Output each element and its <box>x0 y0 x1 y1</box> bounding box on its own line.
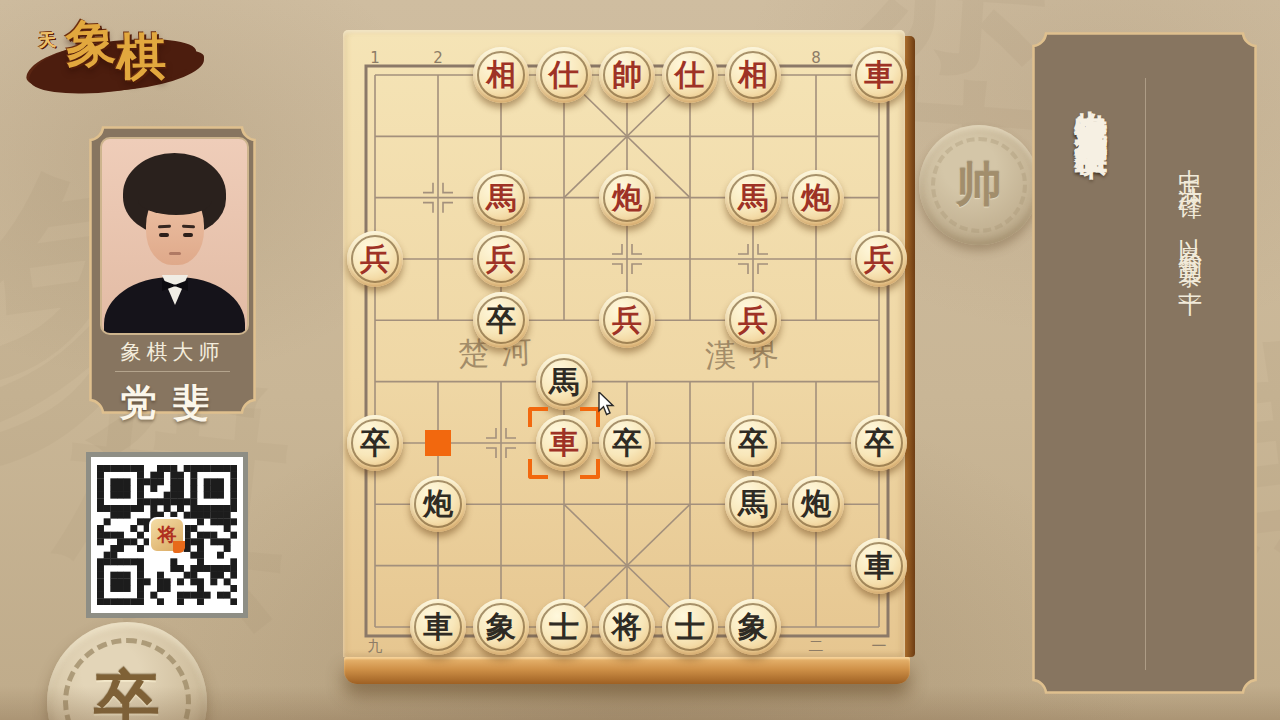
piece-red-elephant[interactable]: 相 <box>473 47 529 103</box>
piece-black-horse[interactable]: 馬 <box>536 354 592 410</box>
piece-red-cannon[interactable]: 炮 <box>599 170 655 226</box>
qr-code: 将 <box>86 452 248 618</box>
qr-icon-glyph: 将 <box>158 522 177 548</box>
piece-black-rook[interactable]: 車 <box>410 599 466 655</box>
piece-black-advisor[interactable]: 士 <box>536 599 592 655</box>
avatar <box>100 137 249 335</box>
piece-red-horse[interactable]: 馬 <box>725 170 781 226</box>
avatar-eye <box>159 233 169 237</box>
card-divider <box>115 371 230 372</box>
last-move-origin-marker <box>425 430 451 456</box>
app-logo: 天天 象 棋 <box>10 0 265 108</box>
lesson-subtitle: 中兵冲锋，以暴制暴（二十） <box>1174 150 1206 650</box>
file-label: 九 <box>368 637 383 656</box>
logo-char-xiang: 象 <box>64 9 117 79</box>
logo-char-qi: 棋 <box>116 23 167 91</box>
piece-black-pawn[interactable]: 卒 <box>851 415 907 471</box>
lesson-panel: 中炮进七兵过河车对屏风马左马盘河横车 中兵冲锋，以暴制暴（二十） <box>1032 32 1257 694</box>
player-name: 党斐 <box>89 378 256 428</box>
piece-red-horse[interactable]: 馬 <box>473 170 529 226</box>
player-card: 象棋大师 党斐 <box>89 126 256 414</box>
piece-black-king[interactable]: 将 <box>599 599 655 655</box>
piece-black-elephant[interactable]: 象 <box>725 599 781 655</box>
file-label: 一 <box>872 637 887 656</box>
logo-small-text: 天天 <box>36 18 56 19</box>
piece-black-pawn[interactable]: 卒 <box>725 415 781 471</box>
piece-red-cannon[interactable]: 炮 <box>788 170 844 226</box>
xiangqi-board[interactable]: 楚河 漢界 123456789九八七六五四三二一相仕帥仕相車馬炮馬炮兵兵兵卒兵兵… <box>343 30 915 685</box>
panel-divider <box>1145 78 1146 670</box>
avatar-fringe <box>138 185 212 215</box>
lesson-title: 中炮进七兵过河车对屏风马左马盘河横车 <box>1068 84 1113 694</box>
piece-black-cannon[interactable]: 炮 <box>410 476 466 532</box>
app-canvas: 象 棋 弈 棋 天天 象 棋 象棋大师 党斐 将 卒 <box>0 0 1280 720</box>
qr-center-icon: 将 <box>149 517 185 553</box>
piece-red-king[interactable]: 帥 <box>599 47 655 103</box>
piece-black-cannon[interactable]: 炮 <box>788 476 844 532</box>
piece-red-rook[interactable]: 車 <box>536 415 592 471</box>
piece-black-rook[interactable]: 車 <box>851 538 907 594</box>
piece-red-pawn[interactable]: 兵 <box>599 292 655 348</box>
piece-black-elephant[interactable]: 象 <box>473 599 529 655</box>
piece-black-pawn[interactable]: 卒 <box>599 415 655 471</box>
file-label: 2 <box>433 49 443 67</box>
player-title: 象棋大师 <box>89 338 256 366</box>
file-label: 8 <box>811 49 821 67</box>
stone-piece-shuai: 帅 <box>919 125 1039 245</box>
piece-red-pawn[interactable]: 兵 <box>725 292 781 348</box>
piece-black-horse[interactable]: 馬 <box>725 476 781 532</box>
file-label: 1 <box>370 49 380 67</box>
piece-red-advisor[interactable]: 仕 <box>662 47 718 103</box>
piece-red-pawn[interactable]: 兵 <box>473 231 529 287</box>
piece-black-pawn[interactable]: 卒 <box>473 292 529 348</box>
piece-red-elephant[interactable]: 相 <box>725 47 781 103</box>
avatar-mouth <box>169 252 181 255</box>
piece-red-pawn[interactable]: 兵 <box>347 231 403 287</box>
stone-piece-zu: 卒 <box>47 622 207 720</box>
file-label: 二 <box>809 637 824 656</box>
piece-black-pawn[interactable]: 卒 <box>347 415 403 471</box>
piece-red-rook[interactable]: 車 <box>851 47 907 103</box>
piece-red-advisor[interactable]: 仕 <box>536 47 592 103</box>
piece-red-pawn[interactable]: 兵 <box>851 231 907 287</box>
board-front-edge <box>344 657 910 684</box>
avatar-eye <box>183 233 193 237</box>
piece-black-advisor[interactable]: 士 <box>662 599 718 655</box>
